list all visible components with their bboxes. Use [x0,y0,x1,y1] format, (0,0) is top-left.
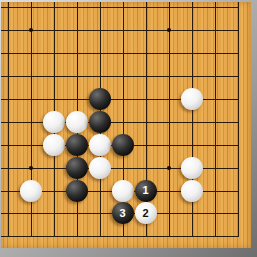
go-stone-white [89,157,111,179]
star-point [29,166,33,170]
go-stone-black-move-3: 3 [112,202,134,224]
star-point [167,166,171,170]
grid-line-horizontal [1,53,239,54]
go-stone-white-move-2: 2 [135,202,157,224]
go-stone-white [89,134,111,156]
go-stone-black [89,111,111,133]
go-stone-black [112,134,134,156]
go-stone-black [89,88,111,110]
go-stone-white [181,88,203,110]
grid-line-vertical [8,2,9,237]
go-stone-white [112,180,134,202]
go-stone-white [181,157,203,179]
go-stone-black [66,180,88,202]
grid-line-vertical [169,2,170,237]
grid-line-horizontal [1,7,239,8]
go-stone-white [43,134,65,156]
star-point [29,28,33,32]
grid-line-vertical [192,2,193,237]
grid-line-horizontal [1,99,239,100]
go-stone-black [66,134,88,156]
go-board[interactable]: 132 [1,2,251,248]
grid-line-vertical [31,2,32,237]
go-stone-white [181,180,203,202]
go-stone-white [20,180,42,202]
grid-line-horizontal [1,76,239,77]
grid-line-horizontal [1,236,239,237]
window-frame: 132 [0,0,257,257]
go-stone-black [66,157,88,179]
go-stone-white [43,111,65,133]
grid-line-horizontal [1,168,239,169]
go-stone-black-move-1: 1 [135,180,157,202]
go-stone-white [66,111,88,133]
star-point [167,28,171,32]
grid-line-horizontal [1,122,239,123]
grid-line-vertical [215,2,216,237]
grid-line-vertical [238,2,239,237]
grid-line-horizontal [1,30,239,31]
